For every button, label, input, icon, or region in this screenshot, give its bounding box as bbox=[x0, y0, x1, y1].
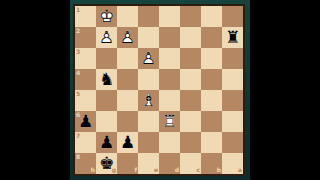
rank-label: 1 bbox=[76, 7, 80, 13]
piece-black-rook[interactable]: ♜ bbox=[222, 27, 243, 48]
square-c2[interactable] bbox=[180, 27, 201, 48]
square-c3[interactable] bbox=[180, 48, 201, 69]
square-c4[interactable] bbox=[180, 69, 201, 90]
square-d8[interactable]: d bbox=[159, 153, 180, 174]
file-label: f bbox=[134, 167, 137, 173]
square-g3[interactable] bbox=[96, 48, 117, 69]
piece-black-pawn[interactable]: ♟ bbox=[117, 132, 138, 153]
square-g1[interactable]: ♚♔ bbox=[96, 6, 117, 27]
square-e6[interactable] bbox=[138, 111, 159, 132]
square-h2[interactable]: 2 bbox=[75, 27, 96, 48]
square-b2[interactable] bbox=[201, 27, 222, 48]
square-g5[interactable] bbox=[96, 90, 117, 111]
square-f8[interactable]: f bbox=[117, 153, 138, 174]
square-b4[interactable] bbox=[201, 69, 222, 90]
square-a1[interactable] bbox=[222, 6, 243, 27]
square-a6[interactable] bbox=[222, 111, 243, 132]
piece-black-pawn[interactable]: ♟ bbox=[75, 111, 96, 132]
chess-board: 1♚♔2♟♙♟♙♜3♟♙4♞5♝♗6♟♜♖7♟♟8hg♚fedcba bbox=[73, 4, 245, 176]
square-a2[interactable]: ♜ bbox=[222, 27, 243, 48]
square-f5[interactable] bbox=[117, 90, 138, 111]
square-a4[interactable] bbox=[222, 69, 243, 90]
piece-black-knight[interactable]: ♞ bbox=[96, 69, 117, 90]
square-g8[interactable]: g♚ bbox=[96, 153, 117, 174]
file-label: d bbox=[175, 167, 179, 173]
square-d4[interactable] bbox=[159, 69, 180, 90]
chess-scene-background: 1♚♔2♟♙♟♙♜3♟♙4♞5♝♗6♟♜♖7♟♟8hg♚fedcba bbox=[70, 0, 250, 180]
square-h5[interactable]: 5 bbox=[75, 90, 96, 111]
square-c6[interactable] bbox=[180, 111, 201, 132]
rank-label: 5 bbox=[76, 91, 80, 97]
square-e5[interactable]: ♝♗ bbox=[138, 90, 159, 111]
square-c7[interactable] bbox=[180, 132, 201, 153]
piece-white-bishop[interactable]: ♝♗ bbox=[138, 90, 159, 111]
file-label: b bbox=[217, 167, 221, 173]
square-b1[interactable] bbox=[201, 6, 222, 27]
file-label: h bbox=[91, 167, 95, 173]
square-g2[interactable]: ♟♙ bbox=[96, 27, 117, 48]
square-a5[interactable] bbox=[222, 90, 243, 111]
square-b5[interactable] bbox=[201, 90, 222, 111]
square-g7[interactable]: ♟ bbox=[96, 132, 117, 153]
square-c8[interactable]: c bbox=[180, 153, 201, 174]
square-b8[interactable]: b bbox=[201, 153, 222, 174]
square-a7[interactable] bbox=[222, 132, 243, 153]
square-d3[interactable] bbox=[159, 48, 180, 69]
piece-white-pawn[interactable]: ♟♙ bbox=[117, 27, 138, 48]
square-d5[interactable] bbox=[159, 90, 180, 111]
square-h4[interactable]: 4 bbox=[75, 69, 96, 90]
square-b6[interactable] bbox=[201, 111, 222, 132]
square-f1[interactable] bbox=[117, 6, 138, 27]
square-h3[interactable]: 3 bbox=[75, 48, 96, 69]
square-d1[interactable] bbox=[159, 6, 180, 27]
square-e1[interactable] bbox=[138, 6, 159, 27]
square-f7[interactable]: ♟ bbox=[117, 132, 138, 153]
file-label: e bbox=[154, 167, 158, 173]
rank-label: 2 bbox=[76, 28, 80, 34]
square-d2[interactable] bbox=[159, 27, 180, 48]
rank-label: 7 bbox=[76, 133, 80, 139]
square-d7[interactable] bbox=[159, 132, 180, 153]
square-h6[interactable]: 6♟ bbox=[75, 111, 96, 132]
square-e7[interactable] bbox=[138, 132, 159, 153]
square-a8[interactable]: a bbox=[222, 153, 243, 174]
square-e2[interactable] bbox=[138, 27, 159, 48]
file-label: c bbox=[196, 167, 200, 173]
square-g4[interactable]: ♞ bbox=[96, 69, 117, 90]
square-c1[interactable] bbox=[180, 6, 201, 27]
square-e8[interactable]: e bbox=[138, 153, 159, 174]
piece-white-rook[interactable]: ♜♖ bbox=[159, 111, 180, 132]
square-e4[interactable] bbox=[138, 69, 159, 90]
square-g6[interactable] bbox=[96, 111, 117, 132]
square-f6[interactable] bbox=[117, 111, 138, 132]
square-b3[interactable] bbox=[201, 48, 222, 69]
piece-white-pawn[interactable]: ♟♙ bbox=[96, 27, 117, 48]
square-f3[interactable] bbox=[117, 48, 138, 69]
file-label: a bbox=[238, 167, 242, 173]
square-e3[interactable]: ♟♙ bbox=[138, 48, 159, 69]
rank-label: 8 bbox=[76, 154, 80, 160]
square-a3[interactable] bbox=[222, 48, 243, 69]
square-d6[interactable]: ♜♖ bbox=[159, 111, 180, 132]
square-f2[interactable]: ♟♙ bbox=[117, 27, 138, 48]
piece-white-pawn[interactable]: ♟♙ bbox=[138, 48, 159, 69]
rank-label: 4 bbox=[76, 70, 80, 76]
square-h7[interactable]: 7 bbox=[75, 132, 96, 153]
piece-white-king[interactable]: ♚♔ bbox=[96, 6, 117, 27]
square-c5[interactable] bbox=[180, 90, 201, 111]
piece-black-pawn[interactable]: ♟ bbox=[96, 132, 117, 153]
square-b7[interactable] bbox=[201, 132, 222, 153]
rank-label: 3 bbox=[76, 49, 80, 55]
piece-black-king[interactable]: ♚ bbox=[96, 153, 117, 174]
square-h1[interactable]: 1 bbox=[75, 6, 96, 27]
square-h8[interactable]: 8h bbox=[75, 153, 96, 174]
square-f4[interactable] bbox=[117, 69, 138, 90]
